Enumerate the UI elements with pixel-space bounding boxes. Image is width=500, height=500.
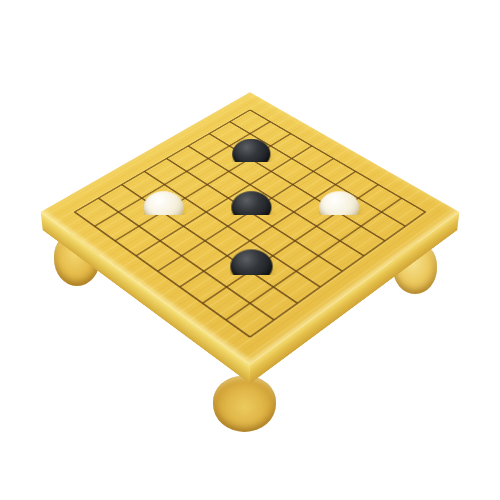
product-photo-scene <box>0 0 500 500</box>
go-board[interactable] <box>41 92 460 364</box>
board-leg-front <box>213 376 276 432</box>
